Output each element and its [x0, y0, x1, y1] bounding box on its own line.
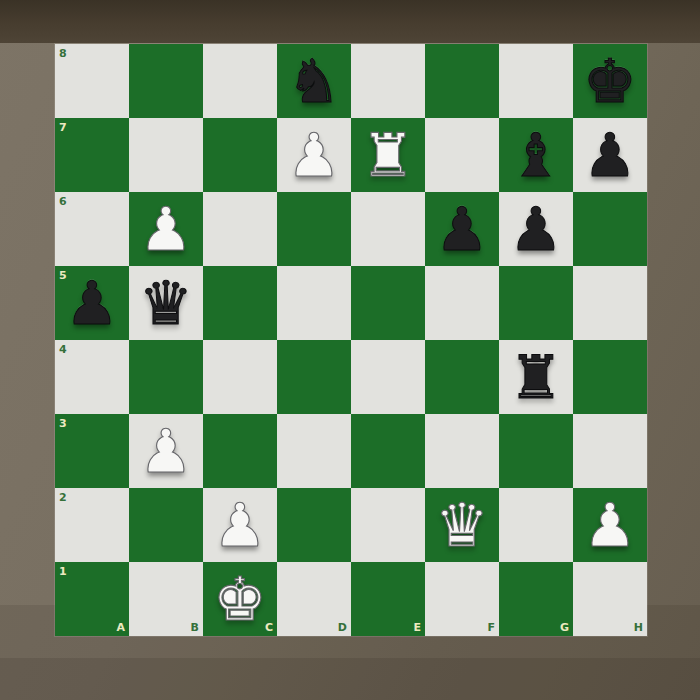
square-e7[interactable]: ♜ [351, 118, 425, 192]
square-h1[interactable]: H [573, 562, 647, 636]
rank-label-2: 2 [59, 491, 67, 504]
bottom-letterbox-band [0, 658, 700, 700]
square-d2[interactable] [277, 488, 351, 562]
piece-black-pawn-h7[interactable]: ♟ [573, 118, 647, 192]
square-c6[interactable] [203, 192, 277, 266]
file-label-h: H [634, 621, 643, 634]
square-d3[interactable] [277, 414, 351, 488]
piece-white-pawn-c2[interactable]: ♟ [203, 488, 277, 562]
square-a3[interactable]: 3 [55, 414, 129, 488]
square-e8[interactable] [351, 44, 425, 118]
square-e6[interactable] [351, 192, 425, 266]
square-a8[interactable]: 8 [55, 44, 129, 118]
square-d5[interactable] [277, 266, 351, 340]
square-c7[interactable] [203, 118, 277, 192]
square-b6[interactable]: ♟ [129, 192, 203, 266]
square-f5[interactable] [425, 266, 499, 340]
square-f7[interactable] [425, 118, 499, 192]
square-d6[interactable] [277, 192, 351, 266]
piece-black-pawn-a5[interactable]: ♟ [55, 266, 129, 340]
piece-black-knight-d8[interactable]: ♞ [277, 44, 351, 118]
square-d7[interactable]: ♟ [277, 118, 351, 192]
piece-black-pawn-f6[interactable]: ♟ [425, 192, 499, 266]
square-e2[interactable] [351, 488, 425, 562]
square-b5[interactable]: ♛ [129, 266, 203, 340]
piece-black-rook-g4[interactable]: ♜ [499, 340, 573, 414]
square-f2[interactable]: ♛ [425, 488, 499, 562]
square-h6[interactable] [573, 192, 647, 266]
piece-white-pawn-d7[interactable]: ♟ [277, 118, 351, 192]
rank-label-7: 7 [59, 121, 67, 134]
rank-label-6: 6 [59, 195, 67, 208]
square-b2[interactable] [129, 488, 203, 562]
rank-label-3: 3 [59, 417, 67, 430]
square-a2[interactable]: 2 [55, 488, 129, 562]
square-b1[interactable]: B [129, 562, 203, 636]
square-c2[interactable]: ♟ [203, 488, 277, 562]
square-h3[interactable] [573, 414, 647, 488]
square-b4[interactable] [129, 340, 203, 414]
top-letterbox-band [0, 0, 700, 43]
piece-white-pawn-h2[interactable]: ♟ [573, 488, 647, 562]
rank-label-1: 1 [59, 565, 67, 578]
square-g7[interactable]: ♝ [499, 118, 573, 192]
square-f3[interactable] [425, 414, 499, 488]
square-a1[interactable]: 1A [55, 562, 129, 636]
square-d4[interactable] [277, 340, 351, 414]
file-label-b: B [191, 621, 199, 634]
file-label-g: G [560, 621, 569, 634]
square-b8[interactable] [129, 44, 203, 118]
square-a7[interactable]: 7 [55, 118, 129, 192]
rank-label-8: 8 [59, 47, 67, 60]
square-f4[interactable] [425, 340, 499, 414]
piece-black-queen-b5[interactable]: ♛ [129, 266, 203, 340]
square-a4[interactable]: 4 [55, 340, 129, 414]
file-label-a: A [116, 621, 125, 634]
app-background: 8♞♚7♟♜♝♟6♟♟♟5♟♛4♜3♟2♟♛♟1ABC♚DEFGH [0, 0, 700, 700]
square-e4[interactable] [351, 340, 425, 414]
square-c5[interactable] [203, 266, 277, 340]
square-f8[interactable] [425, 44, 499, 118]
rank-label-4: 4 [59, 343, 67, 356]
square-a6[interactable]: 6 [55, 192, 129, 266]
square-g2[interactable] [499, 488, 573, 562]
square-d8[interactable]: ♞ [277, 44, 351, 118]
square-h5[interactable] [573, 266, 647, 340]
square-c4[interactable] [203, 340, 277, 414]
piece-white-pawn-b6[interactable]: ♟ [129, 192, 203, 266]
piece-black-pawn-g6[interactable]: ♟ [499, 192, 573, 266]
piece-black-bishop-g7[interactable]: ♝ [499, 118, 573, 192]
square-g1[interactable]: G [499, 562, 573, 636]
piece-white-king-c1[interactable]: ♚ [203, 562, 277, 636]
square-c1[interactable]: C♚ [203, 562, 277, 636]
square-e5[interactable] [351, 266, 425, 340]
square-e3[interactable] [351, 414, 425, 488]
square-g6[interactable]: ♟ [499, 192, 573, 266]
square-e1[interactable]: E [351, 562, 425, 636]
square-f6[interactable]: ♟ [425, 192, 499, 266]
square-a5[interactable]: 5♟ [55, 266, 129, 340]
square-c3[interactable] [203, 414, 277, 488]
square-g4[interactable]: ♜ [499, 340, 573, 414]
square-h8[interactable]: ♚ [573, 44, 647, 118]
square-d1[interactable]: D [277, 562, 351, 636]
file-label-f: F [487, 621, 495, 634]
piece-black-king-h8[interactable]: ♚ [573, 44, 647, 118]
piece-white-pawn-b3[interactable]: ♟ [129, 414, 203, 488]
file-label-d: D [338, 621, 347, 634]
piece-white-rook-e7[interactable]: ♜ [351, 118, 425, 192]
square-b7[interactable] [129, 118, 203, 192]
square-f1[interactable]: F [425, 562, 499, 636]
square-g8[interactable] [499, 44, 573, 118]
square-g5[interactable] [499, 266, 573, 340]
square-h4[interactable] [573, 340, 647, 414]
square-h7[interactable]: ♟ [573, 118, 647, 192]
square-h2[interactable]: ♟ [573, 488, 647, 562]
piece-white-queen-f2[interactable]: ♛ [425, 488, 499, 562]
square-g3[interactable] [499, 414, 573, 488]
file-label-e: E [413, 621, 421, 634]
square-c8[interactable] [203, 44, 277, 118]
chess-board: 8♞♚7♟♜♝♟6♟♟♟5♟♛4♜3♟2♟♛♟1ABC♚DEFGH [55, 44, 647, 636]
square-b3[interactable]: ♟ [129, 414, 203, 488]
